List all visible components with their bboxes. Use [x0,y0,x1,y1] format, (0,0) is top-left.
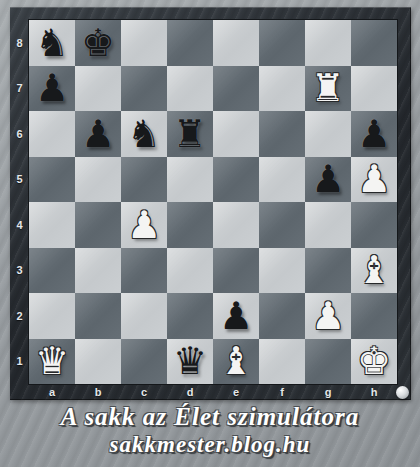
square-h2 [351,293,397,339]
white-rook: ♜ [305,66,351,112]
file-label-e: e [213,384,259,400]
square-h4 [351,202,397,248]
square-g2: ♟ [305,293,351,339]
square-h7 [351,66,397,112]
square-e5 [213,157,259,203]
square-b4 [75,202,121,248]
square-d8 [167,20,213,66]
square-g1 [305,339,351,385]
square-b3 [75,248,121,294]
square-h5: ♟ [351,157,397,203]
square-a4 [29,202,75,248]
square-c6: ♞ [121,111,167,157]
white-pawn: ♟ [351,157,397,203]
square-e8 [213,20,259,66]
rank-label-6: 6 [10,111,29,157]
file-label-d: d [167,384,213,400]
square-g7: ♜ [305,66,351,112]
square-a2 [29,293,75,339]
square-c8 [121,20,167,66]
square-f8 [259,20,305,66]
file-label-g: g [305,384,351,400]
square-d3 [167,248,213,294]
file-label-c: c [121,384,167,400]
file-label-b: b [75,384,121,400]
rank-label-1: 1 [10,339,29,385]
caption-blog-url: sakkmester.blog.hu [0,432,420,458]
square-g4 [305,202,351,248]
square-e7 [213,66,259,112]
square-g3 [305,248,351,294]
square-h3: ♝ [351,248,397,294]
square-f4 [259,202,305,248]
square-b5 [75,157,121,203]
square-f1 [259,339,305,385]
square-a8: ♞ [29,20,75,66]
square-h8 [351,20,397,66]
square-a5 [29,157,75,203]
square-e2: ♟ [213,293,259,339]
square-a3 [29,248,75,294]
square-e6 [213,111,259,157]
black-pawn: ♟ [305,157,351,203]
file-label-h: h [351,384,397,400]
black-pawn: ♟ [75,111,121,157]
square-c1 [121,339,167,385]
white-pawn: ♟ [305,293,351,339]
square-d4 [167,202,213,248]
square-g5: ♟ [305,157,351,203]
square-h6: ♟ [351,111,397,157]
black-pawn: ♟ [213,293,259,339]
white-bishop: ♝ [351,248,397,294]
square-d1: ♛ [167,339,213,385]
white-pawn: ♟ [121,202,167,248]
black-knight: ♞ [29,20,75,66]
white-bishop: ♝ [213,339,259,385]
rank-label-7: 7 [10,66,29,112]
board-frame: 87654321 ♞♚♟♜♟♞♜♟♟♟♟♝♟♟♛♛♝♚ abcdefgh [10,7,411,400]
rank-label-3: 3 [10,248,29,294]
square-f2 [259,293,305,339]
rank-label-4: 4 [10,202,29,248]
file-label-a: a [29,384,75,400]
black-queen: ♛ [167,339,213,385]
square-f7 [259,66,305,112]
square-f3 [259,248,305,294]
square-d7 [167,66,213,112]
chess-board: ♞♚♟♜♟♞♜♟♟♟♟♝♟♟♛♛♝♚ [29,20,397,384]
square-f6 [259,111,305,157]
square-a1: ♛ [29,339,75,385]
black-pawn: ♟ [351,111,397,157]
square-b8: ♚ [75,20,121,66]
square-g8 [305,20,351,66]
square-e1: ♝ [213,339,259,385]
square-d5 [167,157,213,203]
square-b1 [75,339,121,385]
square-c5 [121,157,167,203]
square-a6 [29,111,75,157]
white-king: ♚ [351,339,397,385]
square-d6: ♜ [167,111,213,157]
square-b2 [75,293,121,339]
square-c2 [121,293,167,339]
rank-label-5: 5 [10,157,29,203]
rank-label-8: 8 [10,20,29,66]
black-king: ♚ [75,20,121,66]
square-e4 [213,202,259,248]
square-a7: ♟ [29,66,75,112]
rank-label-2: 2 [10,293,29,339]
square-d2 [167,293,213,339]
rank-labels: 87654321 [10,20,29,384]
black-pawn: ♟ [29,66,75,112]
square-h1: ♚ [351,339,397,385]
file-labels: abcdefgh [29,384,397,400]
square-b7 [75,66,121,112]
square-e3 [213,248,259,294]
black-knight: ♞ [121,111,167,157]
black-rook: ♜ [167,111,213,157]
caption: A sakk az Élet szimulátora sakkmester.bl… [0,402,420,458]
square-g6 [305,111,351,157]
square-c3 [121,248,167,294]
square-c4: ♟ [121,202,167,248]
square-b6: ♟ [75,111,121,157]
file-label-f: f [259,384,305,400]
square-f5 [259,157,305,203]
white-queen: ♛ [29,339,75,385]
caption-title: A sakk az Élet szimulátora [0,402,420,432]
square-c7 [121,66,167,112]
white-to-move-indicator [396,386,409,399]
